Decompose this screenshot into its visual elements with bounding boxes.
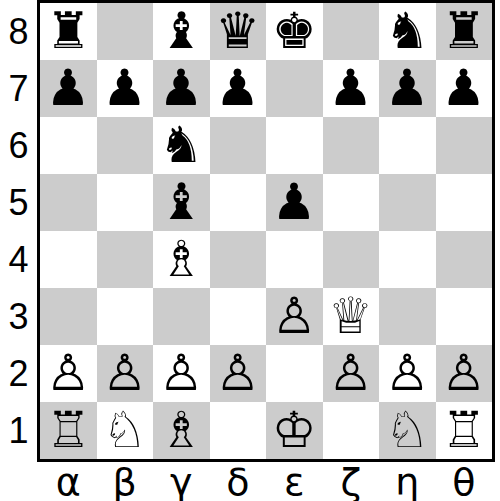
black-queen-icon: ♛ — [215, 6, 260, 56]
square-h3[interactable] — [436, 288, 493, 345]
square-g4[interactable] — [379, 231, 436, 288]
square-c7[interactable]: ♟ — [153, 60, 210, 117]
white-bishop-icon: ♗ — [159, 234, 204, 284]
square-g6[interactable] — [379, 117, 436, 174]
rank-label-1: 1 — [0, 402, 37, 459]
square-e6[interactable] — [266, 117, 323, 174]
square-e4[interactable] — [266, 231, 323, 288]
square-f8[interactable] — [323, 3, 380, 60]
square-c4[interactable]: ♗ — [153, 231, 210, 288]
white-pawn-icon: ♙ — [328, 348, 373, 398]
black-king-icon: ♚ — [272, 6, 317, 56]
square-d5[interactable] — [210, 174, 267, 231]
white-knight-icon: ♘ — [102, 405, 147, 455]
white-king-icon: ♔ — [272, 405, 317, 455]
black-rook-icon: ♜ — [46, 6, 91, 56]
rank-label-6: 6 — [0, 117, 37, 174]
square-h2[interactable]: ♙ — [436, 345, 493, 402]
square-g2[interactable]: ♙ — [379, 345, 436, 402]
square-a3[interactable] — [40, 288, 97, 345]
square-f1[interactable] — [323, 402, 380, 459]
rank-label-7: 7 — [0, 60, 37, 117]
square-c1[interactable]: ♗ — [153, 402, 210, 459]
white-pawn-icon: ♙ — [385, 348, 430, 398]
file-label-beta: β — [97, 463, 154, 501]
square-c6[interactable]: ♞ — [153, 117, 210, 174]
file-label-delta: δ — [210, 463, 267, 501]
black-pawn-icon: ♟ — [215, 63, 260, 113]
square-b7[interactable]: ♟ — [97, 60, 154, 117]
white-bishop-icon: ♗ — [159, 405, 204, 455]
square-b4[interactable] — [97, 231, 154, 288]
white-pawn-icon: ♙ — [441, 348, 486, 398]
square-h8[interactable]: ♜ — [436, 3, 493, 60]
square-e8[interactable]: ♚ — [266, 3, 323, 60]
black-rook-icon: ♜ — [441, 6, 486, 56]
square-g8[interactable]: ♞ — [379, 3, 436, 60]
rank-label-5: 5 — [0, 174, 37, 231]
black-pawn-icon: ♟ — [385, 63, 430, 113]
square-b1[interactable]: ♘ — [97, 402, 154, 459]
square-d2[interactable]: ♙ — [210, 345, 267, 402]
rank-label-4: 4 — [0, 231, 37, 288]
square-f7[interactable]: ♟ — [323, 60, 380, 117]
file-label-zeta: ζ — [323, 463, 380, 501]
square-e7[interactable] — [266, 60, 323, 117]
black-pawn-icon: ♟ — [159, 63, 204, 113]
file-label-theta: θ — [436, 463, 493, 501]
file-label-alpha: α — [40, 463, 97, 501]
square-f5[interactable] — [323, 174, 380, 231]
rank-labels: 8 7 6 5 4 3 2 1 — [0, 3, 37, 459]
chess-diagram: 8 7 6 5 4 3 2 1 ♜♝♛♚♞♜♟♟♟♟♟♟♟♞♝♟♗♙♕♙♙♙♙♙… — [0, 0, 500, 501]
square-a1[interactable]: ♖ — [40, 402, 97, 459]
square-a6[interactable] — [40, 117, 97, 174]
square-a4[interactable] — [40, 231, 97, 288]
square-a5[interactable] — [40, 174, 97, 231]
square-f4[interactable] — [323, 231, 380, 288]
square-a7[interactable]: ♟ — [40, 60, 97, 117]
square-g7[interactable]: ♟ — [379, 60, 436, 117]
white-knight-icon: ♘ — [385, 405, 430, 455]
square-g1[interactable]: ♘ — [379, 402, 436, 459]
white-pawn-icon: ♙ — [159, 348, 204, 398]
file-labels: α β γ δ ε ζ η θ — [40, 463, 492, 501]
square-e5[interactable]: ♟ — [266, 174, 323, 231]
square-e3[interactable]: ♙ — [266, 288, 323, 345]
square-b6[interactable] — [97, 117, 154, 174]
file-label-epsilon: ε — [266, 463, 323, 501]
square-b3[interactable] — [97, 288, 154, 345]
square-f6[interactable] — [323, 117, 380, 174]
square-a8[interactable]: ♜ — [40, 3, 97, 60]
square-f2[interactable]: ♙ — [323, 345, 380, 402]
square-b2[interactable]: ♙ — [97, 345, 154, 402]
white-pawn-icon: ♙ — [102, 348, 147, 398]
black-knight-icon: ♞ — [159, 120, 204, 170]
square-c3[interactable] — [153, 288, 210, 345]
white-queen-icon: ♕ — [328, 291, 373, 341]
square-b8[interactable] — [97, 3, 154, 60]
black-pawn-icon: ♟ — [46, 63, 91, 113]
square-d1[interactable] — [210, 402, 267, 459]
white-rook-icon: ♖ — [46, 405, 91, 455]
black-pawn-icon: ♟ — [272, 177, 317, 227]
square-h7[interactable]: ♟ — [436, 60, 493, 117]
square-d8[interactable]: ♛ — [210, 3, 267, 60]
square-h5[interactable] — [436, 174, 493, 231]
square-h4[interactable] — [436, 231, 493, 288]
black-bishop-icon: ♝ — [159, 177, 204, 227]
square-h6[interactable] — [436, 117, 493, 174]
square-d6[interactable] — [210, 117, 267, 174]
square-g3[interactable] — [379, 288, 436, 345]
black-knight-icon: ♞ — [385, 6, 430, 56]
square-e2[interactable] — [266, 345, 323, 402]
file-label-eta: η — [379, 463, 436, 501]
square-c2[interactable]: ♙ — [153, 345, 210, 402]
square-f3[interactable]: ♕ — [323, 288, 380, 345]
square-a2[interactable]: ♙ — [40, 345, 97, 402]
white-pawn-icon: ♙ — [215, 348, 260, 398]
rank-label-3: 3 — [0, 288, 37, 345]
square-b5[interactable] — [97, 174, 154, 231]
black-pawn-icon: ♟ — [328, 63, 373, 113]
square-d7[interactable]: ♟ — [210, 60, 267, 117]
black-pawn-icon: ♟ — [102, 63, 147, 113]
white-pawn-icon: ♙ — [46, 348, 91, 398]
white-rook-icon: ♖ — [441, 405, 486, 455]
file-label-gamma: γ — [153, 463, 210, 501]
chessboard: ♜♝♛♚♞♜♟♟♟♟♟♟♟♞♝♟♗♙♕♙♙♙♙♙♙♙♖♘♗♔♘♖ — [37, 0, 495, 462]
black-bishop-icon: ♝ — [159, 6, 204, 56]
black-pawn-icon: ♟ — [441, 63, 486, 113]
square-c5[interactable]: ♝ — [153, 174, 210, 231]
rank-label-8: 8 — [0, 3, 37, 60]
square-c8[interactable]: ♝ — [153, 3, 210, 60]
square-e1[interactable]: ♔ — [266, 402, 323, 459]
square-d4[interactable] — [210, 231, 267, 288]
square-h1[interactable]: ♖ — [436, 402, 493, 459]
rank-label-2: 2 — [0, 345, 37, 402]
square-d3[interactable] — [210, 288, 267, 345]
square-g5[interactable] — [379, 174, 436, 231]
white-pawn-icon: ♙ — [272, 291, 317, 341]
